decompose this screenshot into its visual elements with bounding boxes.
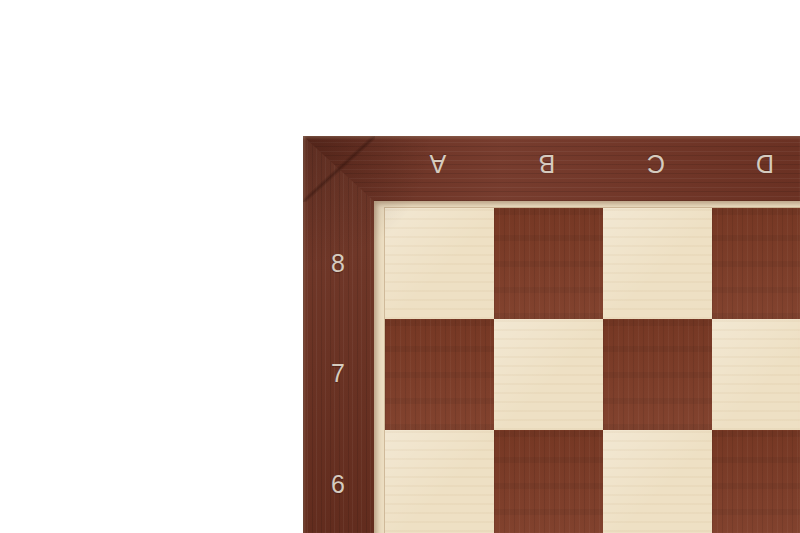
square-c6[interactable] xyxy=(603,430,712,533)
squares-grid xyxy=(384,207,800,533)
square-d7[interactable] xyxy=(712,319,800,430)
rank-label-7: 7 xyxy=(308,355,368,391)
square-b8[interactable] xyxy=(494,208,603,319)
square-b7[interactable] xyxy=(494,319,603,430)
file-label-d: D xyxy=(735,146,795,182)
square-b6[interactable] xyxy=(494,430,603,533)
file-label-c: C xyxy=(626,146,686,182)
file-label-b: B xyxy=(517,146,577,182)
file-label-a: A xyxy=(408,146,468,182)
rank-label-6: 6 xyxy=(308,466,368,502)
square-c7[interactable] xyxy=(603,319,712,430)
board-field xyxy=(374,201,800,533)
square-a8[interactable] xyxy=(385,208,494,319)
rank-label-8: 8 xyxy=(308,245,368,281)
chess-board: A B C D 8 7 6 xyxy=(303,136,800,533)
photo-background: A B C D 8 7 6 xyxy=(0,0,800,533)
square-d6[interactable] xyxy=(712,430,800,533)
square-d8[interactable] xyxy=(712,208,800,319)
square-a7[interactable] xyxy=(385,319,494,430)
square-a6[interactable] xyxy=(385,430,494,533)
square-c8[interactable] xyxy=(603,208,712,319)
